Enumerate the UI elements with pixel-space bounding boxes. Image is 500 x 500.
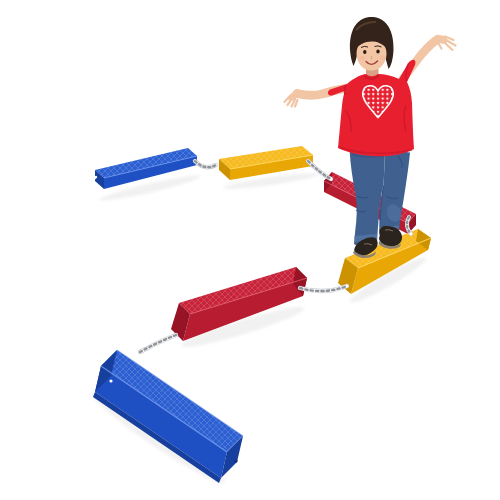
rope-4 — [300, 286, 347, 291]
beam-6-rope-hole — [109, 379, 112, 382]
left-cheek-blush — [359, 56, 365, 60]
rope-5 — [140, 335, 176, 352]
product-photo-stage — [0, 0, 500, 500]
balance-beam-scene — [0, 0, 500, 500]
beam-6-end-hole — [234, 459, 237, 462]
head — [350, 17, 394, 71]
child — [285, 17, 456, 258]
right-eye — [376, 50, 379, 54]
left-eye — [363, 50, 366, 54]
right-cheek-blush — [380, 56, 386, 60]
rope-1 — [195, 161, 216, 167]
